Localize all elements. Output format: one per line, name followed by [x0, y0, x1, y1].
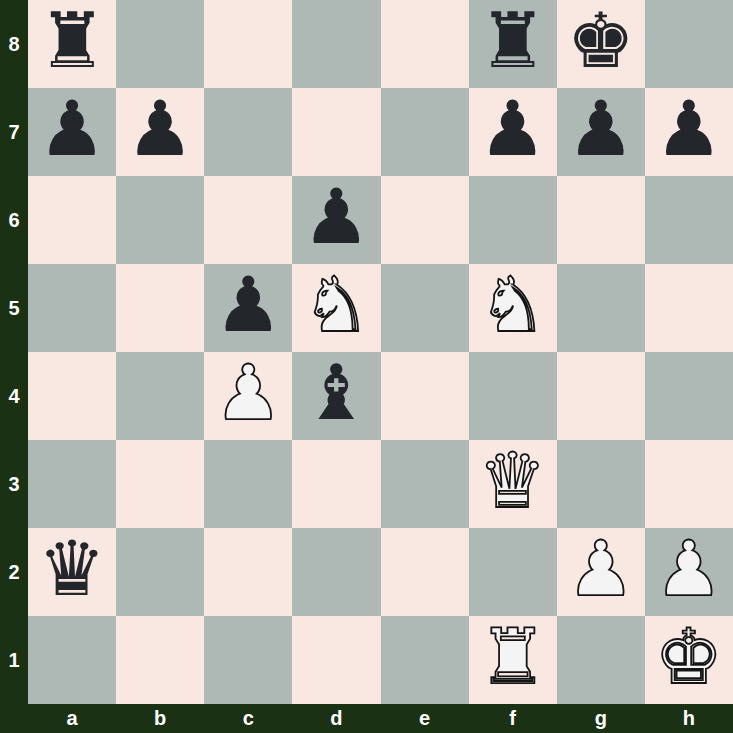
- piece-black-pawn[interactable]: ♟: [479, 91, 547, 167]
- rank-label-2: 2: [0, 528, 28, 616]
- square-g5[interactable]: [557, 264, 645, 352]
- piece-black-pawn[interactable]: ♟: [38, 91, 106, 167]
- square-f1[interactable]: ♜: [469, 616, 557, 704]
- file-label-h: h: [645, 704, 733, 733]
- square-f6[interactable]: [469, 176, 557, 264]
- square-g2[interactable]: ♟: [557, 528, 645, 616]
- square-g8[interactable]: ♚: [557, 0, 645, 88]
- chess-board: ♜♜♚♟♟♟♟♟♟♟♞♞♟♝♛♛♟♟♜♚: [28, 0, 733, 704]
- piece-white-queen[interactable]: ♛: [479, 443, 547, 519]
- square-f7[interactable]: ♟: [469, 88, 557, 176]
- piece-white-pawn[interactable]: ♟: [567, 531, 635, 607]
- file-label-c: c: [204, 704, 292, 733]
- square-g3[interactable]: [557, 440, 645, 528]
- square-f4[interactable]: [469, 352, 557, 440]
- rank-label-1: 1: [0, 616, 28, 704]
- rank-label-4: 4: [0, 352, 28, 440]
- square-d7[interactable]: [292, 88, 380, 176]
- file-label-e: e: [381, 704, 469, 733]
- square-b8[interactable]: [116, 0, 204, 88]
- square-a7[interactable]: ♟: [28, 88, 116, 176]
- piece-black-pawn[interactable]: ♟: [655, 91, 723, 167]
- square-f8[interactable]: ♜: [469, 0, 557, 88]
- piece-black-pawn[interactable]: ♟: [567, 91, 635, 167]
- piece-white-rook[interactable]: ♜: [479, 619, 547, 695]
- square-g6[interactable]: [557, 176, 645, 264]
- square-d8[interactable]: [292, 0, 380, 88]
- square-a6[interactable]: [28, 176, 116, 264]
- piece-white-knight[interactable]: ♞: [302, 267, 370, 343]
- square-b7[interactable]: ♟: [116, 88, 204, 176]
- square-e2[interactable]: [381, 528, 469, 616]
- rank-labels: 87654321: [0, 0, 28, 704]
- piece-black-king[interactable]: ♚: [567, 3, 635, 79]
- piece-black-rook[interactable]: ♜: [479, 3, 547, 79]
- square-f3[interactable]: ♛: [469, 440, 557, 528]
- square-d2[interactable]: [292, 528, 380, 616]
- square-f5[interactable]: ♞: [469, 264, 557, 352]
- piece-black-pawn[interactable]: ♟: [126, 91, 194, 167]
- rank-label-6: 6: [0, 176, 28, 264]
- square-h4[interactable]: [645, 352, 733, 440]
- square-a8[interactable]: ♜: [28, 0, 116, 88]
- square-h8[interactable]: [645, 0, 733, 88]
- square-h7[interactable]: ♟: [645, 88, 733, 176]
- square-a1[interactable]: [28, 616, 116, 704]
- square-a5[interactable]: [28, 264, 116, 352]
- piece-black-pawn[interactable]: ♟: [302, 179, 370, 255]
- square-e8[interactable]: [381, 0, 469, 88]
- chess-board-frame: 87654321 ♜♜♚♟♟♟♟♟♟♟♞♞♟♝♛♛♟♟♜♚ abcdefgh: [0, 0, 733, 733]
- square-h1[interactable]: ♚: [645, 616, 733, 704]
- piece-white-pawn[interactable]: ♟: [655, 531, 723, 607]
- square-b2[interactable]: [116, 528, 204, 616]
- square-h6[interactable]: [645, 176, 733, 264]
- rank-label-7: 7: [0, 88, 28, 176]
- square-b3[interactable]: [116, 440, 204, 528]
- square-e6[interactable]: [381, 176, 469, 264]
- piece-black-queen[interactable]: ♛: [38, 531, 106, 607]
- file-label-g: g: [557, 704, 645, 733]
- square-g1[interactable]: [557, 616, 645, 704]
- square-c2[interactable]: [204, 528, 292, 616]
- square-e7[interactable]: [381, 88, 469, 176]
- square-d3[interactable]: [292, 440, 380, 528]
- file-labels: abcdefgh: [28, 704, 733, 733]
- square-d5[interactable]: ♞: [292, 264, 380, 352]
- file-label-b: b: [116, 704, 204, 733]
- rank-label-3: 3: [0, 440, 28, 528]
- square-e4[interactable]: [381, 352, 469, 440]
- piece-white-pawn[interactable]: ♟: [214, 355, 282, 431]
- piece-white-knight[interactable]: ♞: [479, 267, 547, 343]
- square-g7[interactable]: ♟: [557, 88, 645, 176]
- rank-label-5: 5: [0, 264, 28, 352]
- square-a4[interactable]: [28, 352, 116, 440]
- file-label-d: d: [292, 704, 380, 733]
- square-c5[interactable]: ♟: [204, 264, 292, 352]
- square-e3[interactable]: [381, 440, 469, 528]
- square-e5[interactable]: [381, 264, 469, 352]
- piece-black-pawn[interactable]: ♟: [214, 267, 282, 343]
- square-c3[interactable]: [204, 440, 292, 528]
- piece-black-rook[interactable]: ♜: [38, 3, 106, 79]
- square-b4[interactable]: [116, 352, 204, 440]
- square-c4[interactable]: ♟: [204, 352, 292, 440]
- square-c7[interactable]: [204, 88, 292, 176]
- piece-white-king[interactable]: ♚: [655, 619, 723, 695]
- rank-label-8: 8: [0, 0, 28, 88]
- square-g4[interactable]: [557, 352, 645, 440]
- square-e1[interactable]: [381, 616, 469, 704]
- piece-black-bishop[interactable]: ♝: [302, 355, 370, 431]
- square-d4[interactable]: ♝: [292, 352, 380, 440]
- square-h3[interactable]: [645, 440, 733, 528]
- square-c6[interactable]: [204, 176, 292, 264]
- square-c8[interactable]: [204, 0, 292, 88]
- file-label-f: f: [469, 704, 557, 733]
- square-a3[interactable]: [28, 440, 116, 528]
- square-b5[interactable]: [116, 264, 204, 352]
- square-b1[interactable]: [116, 616, 204, 704]
- square-d6[interactable]: ♟: [292, 176, 380, 264]
- square-h2[interactable]: ♟: [645, 528, 733, 616]
- square-h5[interactable]: [645, 264, 733, 352]
- square-b6[interactable]: [116, 176, 204, 264]
- square-a2[interactable]: ♛: [28, 528, 116, 616]
- file-label-a: a: [28, 704, 116, 733]
- square-c1[interactable]: [204, 616, 292, 704]
- square-d1[interactable]: [292, 616, 380, 704]
- square-f2[interactable]: [469, 528, 557, 616]
